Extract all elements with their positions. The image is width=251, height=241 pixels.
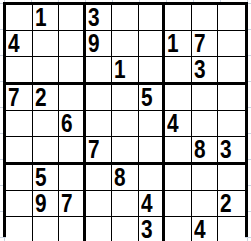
- cell-r7c1[interactable]: [6, 165, 33, 191]
- cell-r5c1[interactable]: [6, 111, 33, 137]
- cell-r6c5[interactable]: [112, 137, 139, 165]
- cell-r6c6[interactable]: [139, 137, 166, 165]
- cell-r6c4[interactable]: 7: [86, 137, 113, 165]
- given-digit: 9: [88, 30, 100, 56]
- cell-r6c9[interactable]: 3: [218, 137, 245, 165]
- cell-r6c8[interactable]: 8: [192, 137, 219, 165]
- cell-r5c2[interactable]: [33, 111, 60, 137]
- cell-r4c5[interactable]: [112, 85, 139, 111]
- cell-r6c3[interactable]: [59, 137, 86, 165]
- cell-r6c7[interactable]: [165, 137, 192, 165]
- cell-r2c1[interactable]: 4: [6, 31, 33, 57]
- given-digit: 8: [114, 164, 126, 190]
- cell-r5c6[interactable]: [139, 111, 166, 137]
- cell-r9c2[interactable]: [33, 217, 60, 241]
- given-digit: 4: [8, 30, 20, 56]
- cell-r9c8[interactable]: 4: [192, 217, 219, 241]
- cell-r7c5[interactable]: 8: [112, 165, 139, 191]
- given-digit: 1: [35, 4, 47, 30]
- cell-r8c3[interactable]: 7: [59, 191, 86, 217]
- cell-r5c5[interactable]: [112, 111, 139, 137]
- given-digit: 7: [8, 84, 20, 110]
- cell-r1c6[interactable]: [139, 5, 166, 31]
- sudoku-board: 134917137256478358974234: [3, 2, 248, 237]
- cell-r4c1[interactable]: 7: [6, 85, 33, 111]
- cell-r4c8[interactable]: [192, 85, 219, 111]
- cell-r3c6[interactable]: [139, 57, 166, 85]
- given-digit: 3: [88, 4, 100, 30]
- cell-r8c5[interactable]: [112, 191, 139, 217]
- cell-r9c1[interactable]: [6, 217, 33, 241]
- given-digit: 1: [167, 30, 179, 56]
- cell-r8c7[interactable]: [165, 191, 192, 217]
- cell-r2c2[interactable]: [33, 31, 60, 57]
- cell-r4c2[interactable]: 2: [33, 85, 60, 111]
- given-digit: 4: [167, 110, 179, 136]
- cell-r9c6[interactable]: 3: [139, 217, 166, 241]
- given-digit: 9: [35, 190, 47, 216]
- cell-r2c7[interactable]: 1: [165, 31, 192, 57]
- spreadsheet-page: 134917137256478358974234: [0, 0, 251, 241]
- given-digit: 5: [35, 164, 47, 190]
- given-digit: 5: [141, 84, 153, 110]
- cell-r3c7[interactable]: [165, 57, 192, 85]
- cell-r2c9[interactable]: [218, 31, 245, 57]
- given-digit: 7: [88, 136, 100, 162]
- cell-r9c5[interactable]: [112, 217, 139, 241]
- given-digit: 3: [194, 56, 206, 82]
- cell-r8c2[interactable]: 9: [33, 191, 60, 217]
- cell-r2c3[interactable]: [59, 31, 86, 57]
- given-digit: 1: [114, 56, 126, 82]
- given-digit: 6: [61, 110, 73, 136]
- given-digit: 7: [61, 190, 73, 216]
- given-digit: 8: [194, 136, 206, 162]
- cell-r4c6[interactable]: 5: [139, 85, 166, 111]
- cell-r9c9[interactable]: [218, 217, 245, 241]
- cell-r3c8[interactable]: 3: [192, 57, 219, 85]
- given-digit: 4: [141, 190, 153, 216]
- cell-r2c6[interactable]: [139, 31, 166, 57]
- cell-r8c9[interactable]: 2: [218, 191, 245, 217]
- cell-r3c3[interactable]: [59, 57, 86, 85]
- cell-r8c4[interactable]: [86, 191, 113, 217]
- cell-r1c2[interactable]: 1: [33, 5, 60, 31]
- cell-r7c4[interactable]: [86, 165, 113, 191]
- cell-r5c3[interactable]: 6: [59, 111, 86, 137]
- cell-r5c7[interactable]: 4: [165, 111, 192, 137]
- cell-r3c1[interactable]: [6, 57, 33, 85]
- cell-r6c1[interactable]: [6, 137, 33, 165]
- cell-r6c2[interactable]: [33, 137, 60, 165]
- cell-r1c3[interactable]: [59, 5, 86, 31]
- given-digit: 3: [141, 216, 153, 241]
- given-digit: 3: [220, 136, 232, 162]
- given-digit: 7: [194, 30, 206, 56]
- cell-r9c7[interactable]: [165, 217, 192, 241]
- cell-r4c4[interactable]: [86, 85, 113, 111]
- cell-r7c7[interactable]: [165, 165, 192, 191]
- cell-r3c2[interactable]: [33, 57, 60, 85]
- given-digit: 4: [194, 216, 206, 241]
- cell-r1c9[interactable]: [218, 5, 245, 31]
- cell-r3c5[interactable]: 1: [112, 57, 139, 85]
- cell-r4c9[interactable]: [218, 85, 245, 111]
- given-digit: 2: [220, 190, 232, 216]
- cell-r2c4[interactable]: 9: [86, 31, 113, 57]
- cell-r7c8[interactable]: [192, 165, 219, 191]
- given-digit: 2: [35, 84, 47, 110]
- cell-r8c1[interactable]: [6, 191, 33, 217]
- cell-r3c4[interactable]: [86, 57, 113, 85]
- cell-r3c9[interactable]: [218, 57, 245, 85]
- cell-r1c5[interactable]: [112, 5, 139, 31]
- cell-r9c4[interactable]: [86, 217, 113, 241]
- cell-r9c3[interactable]: [59, 217, 86, 241]
